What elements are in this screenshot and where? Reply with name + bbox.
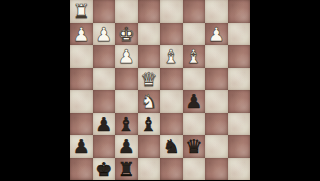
board-square-b2[interactable]: ♟	[205, 23, 228, 46]
board-square-e1[interactable]	[138, 0, 161, 23]
board-square-b7[interactable]	[205, 135, 228, 158]
black-bishop-piece: ♝	[118, 113, 135, 136]
board-square-b5[interactable]	[205, 90, 228, 113]
board-square-f7[interactable]: ♟	[115, 135, 138, 158]
white-knight-piece: ♞	[140, 90, 157, 113]
white-pawn-piece: ♟	[118, 45, 135, 68]
board-square-a1[interactable]	[228, 0, 251, 23]
board-square-d6[interactable]	[160, 113, 183, 136]
black-pawn-piece: ♟	[95, 113, 112, 136]
board-square-g5[interactable]	[93, 90, 116, 113]
board-square-a2[interactable]	[228, 23, 251, 46]
board-square-h7[interactable]: ♟	[70, 135, 93, 158]
board-square-f1[interactable]	[115, 0, 138, 23]
board-square-f6[interactable]: ♝	[115, 113, 138, 136]
board-square-b6[interactable]	[205, 113, 228, 136]
board-square-d1[interactable]	[160, 0, 183, 23]
board-square-f2[interactable]: ♚	[115, 23, 138, 46]
board-square-e5[interactable]: ♞	[138, 90, 161, 113]
board-square-a8[interactable]	[228, 158, 251, 181]
board-square-c4[interactable]	[183, 68, 206, 91]
board-square-g7[interactable]	[93, 135, 116, 158]
white-pawn-piece: ♟	[73, 23, 90, 46]
board-square-a7[interactable]	[228, 135, 251, 158]
chess-board: ♜♟♟♚♟♟♝♝♛♞♟♟♝♝♟♟♞♛♚♜	[70, 0, 250, 180]
board-square-g1[interactable]	[93, 0, 116, 23]
board-square-f4[interactable]	[115, 68, 138, 91]
screenshot-stage: ♜♟♟♚♟♟♝♝♛♞♟♟♝♝♟♟♞♛♚♜	[0, 0, 320, 180]
board-square-c5[interactable]: ♟	[183, 90, 206, 113]
black-pawn-piece: ♟	[73, 135, 90, 158]
board-square-e3[interactable]	[138, 45, 161, 68]
board-square-a5[interactable]	[228, 90, 251, 113]
board-square-b1[interactable]	[205, 0, 228, 23]
black-queen-piece: ♛	[185, 135, 202, 158]
board-square-a6[interactable]	[228, 113, 251, 136]
board-square-g2[interactable]: ♟	[93, 23, 116, 46]
board-square-b4[interactable]	[205, 68, 228, 91]
board-square-d8[interactable]	[160, 158, 183, 181]
board-square-d5[interactable]	[160, 90, 183, 113]
board-square-h6[interactable]	[70, 113, 93, 136]
black-king-piece: ♚	[95, 158, 112, 181]
board-square-e4[interactable]: ♛	[138, 68, 161, 91]
board-square-h4[interactable]	[70, 68, 93, 91]
white-queen-piece: ♛	[140, 68, 157, 91]
board-square-e2[interactable]	[138, 23, 161, 46]
board-square-g4[interactable]	[93, 68, 116, 91]
board-square-c1[interactable]	[183, 0, 206, 23]
white-bishop-piece: ♝	[163, 45, 180, 68]
black-pawn-piece: ♟	[118, 135, 135, 158]
board-square-h8[interactable]	[70, 158, 93, 181]
board-square-b8[interactable]	[205, 158, 228, 181]
white-rook-piece: ♜	[73, 0, 90, 23]
board-square-d7[interactable]: ♞	[160, 135, 183, 158]
board-square-h1[interactable]: ♜	[70, 0, 93, 23]
board-square-f8[interactable]: ♜	[115, 158, 138, 181]
board-square-d2[interactable]	[160, 23, 183, 46]
board-square-h5[interactable]	[70, 90, 93, 113]
board-square-c6[interactable]	[183, 113, 206, 136]
white-king-piece: ♚	[118, 23, 135, 46]
board-square-c2[interactable]	[183, 23, 206, 46]
board-square-e6[interactable]: ♝	[138, 113, 161, 136]
board-square-e7[interactable]	[138, 135, 161, 158]
board-square-d4[interactable]	[160, 68, 183, 91]
black-bishop-piece: ♝	[140, 113, 157, 136]
board-square-c7[interactable]: ♛	[183, 135, 206, 158]
white-pawn-piece: ♟	[208, 23, 225, 46]
board-square-g3[interactable]	[93, 45, 116, 68]
black-knight-piece: ♞	[163, 135, 180, 158]
board-square-g8[interactable]: ♚	[93, 158, 116, 181]
board-square-g6[interactable]: ♟	[93, 113, 116, 136]
board-square-c3[interactable]: ♝	[183, 45, 206, 68]
board-square-d3[interactable]: ♝	[160, 45, 183, 68]
board-square-f5[interactable]	[115, 90, 138, 113]
board-square-f3[interactable]: ♟	[115, 45, 138, 68]
board-square-a4[interactable]	[228, 68, 251, 91]
board-square-h3[interactable]	[70, 45, 93, 68]
white-pawn-piece: ♟	[95, 23, 112, 46]
board-square-a3[interactable]	[228, 45, 251, 68]
board-square-e8[interactable]	[138, 158, 161, 181]
board-square-b3[interactable]	[205, 45, 228, 68]
black-pawn-piece: ♟	[185, 90, 202, 113]
board-square-h2[interactable]: ♟	[70, 23, 93, 46]
board-square-c8[interactable]	[183, 158, 206, 181]
black-rook-piece: ♜	[118, 158, 135, 181]
white-bishop-piece: ♝	[185, 45, 202, 68]
